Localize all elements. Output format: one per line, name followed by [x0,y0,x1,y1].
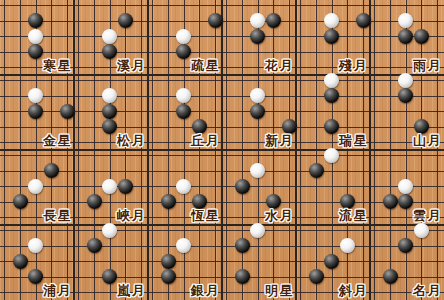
opening-tile-ryuusei: 流星 [296,150,370,225]
black-stone [340,194,355,209]
black-stone [176,44,191,59]
white-stone [102,223,117,238]
black-stone [324,29,339,44]
grid-line-h [370,52,444,53]
grid-line-v [168,0,169,75]
black-stone [398,194,413,209]
pattern-label-suigetsu: 水月 [265,209,295,222]
grid-line-h [296,230,370,231]
grid-line-v [152,225,153,300]
black-stone [398,238,413,253]
opening-tile-zuisei: 瑞星 [296,75,370,150]
grid-line-h [0,5,74,6]
white-stone [398,73,413,88]
grid-line-h [370,127,444,128]
white-stone [176,88,191,103]
grid-line-v [316,150,317,225]
grid-line-v [390,75,391,150]
black-stone [383,194,398,209]
black-stone [235,238,250,253]
opening-tile-meigetsu: 名月 [370,225,444,300]
grid-line-v [20,0,21,75]
grid-line-h [148,127,222,128]
grid-line-h [222,246,296,247]
grid-line-v [242,75,243,150]
white-stone [250,88,265,103]
opening-tile-sangetsu: 山月 [370,75,444,150]
renju-openings-board: 寒星溪月疏星花月殘月雨月金星松月丘月新月瑞星山月長星峽月恆星水月流星雲月浦月嵐月… [0,0,444,300]
grid-line-v [168,75,169,150]
grid-line-v [300,0,301,75]
opening-tile-kagetsu: 花月 [222,0,296,75]
grid-line-v [406,225,407,300]
grid-line-v [94,225,95,300]
black-stone [356,13,371,28]
pattern-label-shagetsu: 斜月 [339,284,369,297]
black-stone [28,269,43,284]
black-stone [266,13,281,28]
black-stone [266,194,281,209]
grid-line-h [148,5,222,6]
grid-line-v [316,225,317,300]
white-stone [28,179,43,194]
grid-line-h [148,171,222,172]
grid-line-v [78,75,79,150]
pattern-label-gingetsu: 銀月 [191,284,221,297]
grid-line-h [0,80,74,81]
pattern-label-sangetsu: 山月 [413,134,443,147]
black-stone [235,179,250,194]
grid-line-v [168,150,169,225]
grid-line-h [148,80,222,81]
pattern-label-meigetsu: 名月 [413,284,443,297]
grid-line-h [0,261,74,262]
grid-line-h [148,230,222,231]
opening-tile-ugetsu: 雨月 [370,0,444,75]
white-stone [414,223,429,238]
grid-line-h [148,155,222,156]
white-stone [102,179,117,194]
black-stone [414,119,429,134]
grid-line-h [148,261,222,262]
white-stone [324,13,339,28]
grid-line-v [374,225,375,300]
grid-line-h [296,5,370,6]
white-stone [102,29,117,44]
opening-tile-chousei: 長星 [0,150,74,225]
opening-tile-zangetsu: 殘月 [296,0,370,75]
grid-line-h [0,202,74,203]
opening-tile-meisei: 明星 [222,225,296,300]
pattern-label-rangetsu: 嵐月 [117,284,147,297]
grid-line-h [74,155,148,156]
black-stone [161,194,176,209]
grid-line-h [74,5,148,6]
black-stone [309,269,324,284]
opening-tile-ungetsu: 雲月 [370,150,444,225]
opening-tile-kyuugetsu: 丘月 [148,75,222,150]
grid-line-h [74,246,148,247]
grid-line-v [374,150,375,225]
black-stone [192,119,207,134]
grid-line-h [296,246,370,247]
grid-line-v [226,75,227,150]
grid-line-v [4,225,5,300]
pattern-label-ungetsu: 雲月 [413,209,443,222]
black-stone [102,104,117,119]
grid-line-v [300,225,301,300]
grid-line-h [222,186,296,187]
black-stone [161,269,176,284]
black-stone [282,119,297,134]
opening-tile-hogetsu: 浦月 [0,225,74,300]
white-stone [398,179,413,194]
opening-tile-shougetsu: 松月 [74,75,148,150]
opening-tile-kinsei: 金星 [0,75,74,150]
pattern-label-keigetsu: 溪月 [117,59,147,72]
grid-line-h [296,277,370,278]
grid-line-v [316,0,317,75]
white-stone [28,88,43,103]
grid-line-h [148,277,222,278]
grid-line-v [226,150,227,225]
grid-line-h [296,171,370,172]
pattern-label-kansei: 寒星 [43,59,73,72]
grid-line-h [296,202,370,203]
grid-line-h [0,127,74,128]
black-stone [192,194,207,209]
white-stone [28,238,43,253]
grid-line-v [20,150,21,225]
pattern-label-kyuugetsu: 丘月 [191,134,221,147]
black-stone [324,119,339,134]
black-stone [13,254,28,269]
black-stone [102,119,117,134]
grid-line-h [148,202,222,203]
grid-line-v [258,150,259,225]
grid-line-h [74,261,148,262]
white-stone [176,179,191,194]
black-stone [176,104,191,119]
grid-line-h [296,52,370,53]
pattern-label-kyougetsu: 峽月 [117,209,147,222]
black-stone [398,29,413,44]
grid-line-h [370,230,444,231]
grid-line-h [222,261,296,262]
grid-line-h [370,155,444,156]
grid-line-h [222,155,296,156]
grid-line-v [4,150,5,225]
grid-line-v [78,150,79,225]
pattern-label-kinsei: 金星 [43,134,73,147]
grid-line-h [370,171,444,172]
grid-line-v [4,0,5,75]
opening-tile-sosei: 疏星 [148,0,222,75]
grid-line-h [74,21,148,22]
black-stone [44,163,59,178]
black-stone [398,88,413,103]
black-stone [87,238,102,253]
pattern-label-chousei: 長星 [43,209,73,222]
grid-line-v [390,225,391,300]
opening-tile-kansei: 寒星 [0,0,74,75]
grid-line-h [222,277,296,278]
grid-line-v [184,225,185,300]
opening-tile-keigetsu: 溪月 [74,0,148,75]
pattern-label-zuisei: 瑞星 [339,134,369,147]
white-stone [250,163,265,178]
grid-line-v [94,0,95,75]
grid-line-h [222,80,296,81]
white-stone [28,29,43,44]
opening-tile-kousei: 恆星 [148,150,222,225]
black-stone [324,88,339,103]
white-stone [398,13,413,28]
grid-line-v [242,0,243,75]
grid-line-h [74,171,148,172]
black-stone [250,29,265,44]
grid-line-v [94,75,95,150]
black-stone [309,163,324,178]
white-stone [250,223,265,238]
grid-line-v [78,225,79,300]
white-stone [324,148,339,163]
grid-line-v [226,0,227,75]
black-stone [60,104,75,119]
grid-line-v [78,0,79,75]
opening-tile-rangetsu: 嵐月 [74,225,148,300]
pattern-label-shougetsu: 松月 [117,134,147,147]
grid-line-h [222,202,296,203]
white-stone [102,88,117,103]
grid-line-v [374,0,375,75]
black-stone [235,269,250,284]
black-stone [102,269,117,284]
black-stone [161,254,176,269]
grid-line-v [152,75,153,150]
grid-line-v [316,75,317,150]
white-stone [324,73,339,88]
black-stone [28,13,43,28]
grid-line-v [300,75,301,150]
grid-line-v [94,150,95,225]
grid-line-h [0,171,74,172]
white-stone [176,238,191,253]
opening-tile-kyougetsu: 峽月 [74,150,148,225]
grid-line-v [300,150,301,225]
opening-tile-shingetsu: 新月 [222,75,296,150]
grid-line-v [226,225,227,300]
grid-line-h [0,155,74,156]
black-stone [414,29,429,44]
pattern-label-kagetsu: 花月 [265,59,295,72]
pattern-label-kousei: 恆星 [191,209,221,222]
grid-line-h [74,80,148,81]
black-stone [28,104,43,119]
grid-line-v [152,0,153,75]
opening-tile-gingetsu: 銀月 [148,225,222,300]
grid-line-h [222,5,296,6]
pattern-label-sosei: 疏星 [191,59,221,72]
grid-line-h [370,277,444,278]
grid-line-v [374,75,375,150]
grid-line-h [0,230,74,231]
pattern-label-ugetsu: 雨月 [413,59,443,72]
grid-line-h [296,186,370,187]
pattern-label-hogetsu: 浦月 [43,284,73,297]
black-stone [383,269,398,284]
grid-line-h [370,111,444,112]
black-stone [208,13,223,28]
grid-line-v [36,225,37,300]
grid-line-v [4,75,5,150]
pattern-label-shingetsu: 新月 [265,134,295,147]
white-stone [176,29,191,44]
grid-line-h [370,261,444,262]
black-stone [28,44,43,59]
grid-line-h [296,111,370,112]
grid-line-v [390,150,391,225]
black-stone [118,13,133,28]
grid-line-v [390,0,391,75]
white-stone [250,13,265,28]
opening-tile-shagetsu: 斜月 [296,225,370,300]
grid-line-v [20,75,21,150]
black-stone [87,194,102,209]
grid-line-h [74,202,148,203]
grid-line-v [152,150,153,225]
black-stone [118,179,133,194]
pattern-label-meisei: 明星 [265,284,295,297]
black-stone [13,194,28,209]
black-stone [102,44,117,59]
black-stone [250,104,265,119]
grid-line-h [370,5,444,6]
grid-line-h [222,52,296,53]
white-stone [340,238,355,253]
pattern-label-ryuusei: 流星 [339,209,369,222]
black-stone [324,254,339,269]
grid-line-v [242,225,243,300]
pattern-label-zangetsu: 殘月 [339,59,369,72]
opening-tile-suigetsu: 水月 [222,150,296,225]
